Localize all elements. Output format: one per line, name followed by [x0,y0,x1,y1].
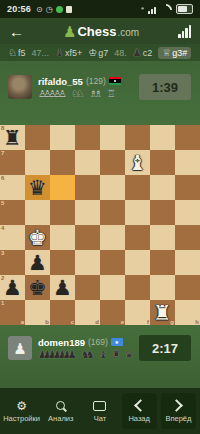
gear-icon: ⚙ [16,399,27,412]
cell-signal-icon [148,7,156,14]
square-e4[interactable] [100,225,125,250]
avatar[interactable] [8,75,32,99]
square-g3[interactable] [150,250,175,275]
bluetooth-icon: * [141,5,144,14]
captured-piece-icon: ♙ [58,89,67,99]
square-d8[interactable] [75,125,100,150]
move-list-strip[interactable]: ♘f547...♝xf5+♔g748.♟c2♕g3# [0,44,200,61]
flag-icon: ★ [111,338,123,346]
square-f5[interactable] [125,200,150,225]
square-a8[interactable]: 8♜ [0,125,25,150]
app-header: ← ♟ Chess .com [0,18,200,44]
square-a2[interactable]: 2♟ [0,275,25,300]
square-a6[interactable]: 6 [0,175,25,200]
square-e5[interactable] [100,200,125,225]
chevron-right-icon [172,399,184,412]
player-top: rifaldo_55 (129) ♙♙♙♙♙♘♘♗♗♖ 1:39 [0,65,200,109]
square-f7[interactable]: ♝ [125,150,150,175]
square-b3[interactable]: ♟ [25,250,50,275]
alarm-icon: ⊙ [36,5,43,14]
square-g2[interactable] [150,275,175,300]
square-c4[interactable] [50,225,75,250]
coord-rank: 6 [1,175,4,181]
status-time: 20:56 [7,4,31,14]
black-king[interactable]: ♚ [25,275,50,300]
toolbar-label: Назад [128,414,150,423]
square-h6[interactable] [175,175,200,200]
move-item[interactable]: ♟c2 [133,48,152,58]
square-c8[interactable] [50,125,75,150]
white-king[interactable]: ♚ [25,225,50,250]
black-rook[interactable]: ♜ [0,125,25,150]
magnifier-icon [56,399,65,412]
square-c6[interactable] [50,175,75,200]
square-f2[interactable] [125,275,150,300]
square-f1[interactable]: f [125,300,150,325]
square-h3[interactable] [175,250,200,275]
chess-board[interactable]: 8♜7♝6♛54♚3♟2♟♚♟1abcdefg♜h [0,125,200,325]
square-b6[interactable]: ♛ [25,175,50,200]
move-item[interactable]: 47... [31,48,49,58]
coord-rank: 5 [1,200,4,206]
flag-icon [109,77,121,85]
square-b1[interactable]: b [25,300,50,325]
captured-piece-icon: ♝ [99,350,108,360]
square-e3[interactable] [100,250,125,275]
white-bishop[interactable]: ♝ [125,150,150,175]
chess-app-screen: 20:56 ⊙ ◷ * ← ♟ Chess .com ♘f547...♝xf5+… [0,0,200,434]
last-move-highlighted[interactable]: ♕g3# [158,47,191,59]
square-e2[interactable] [100,275,125,300]
square-h8[interactable] [175,125,200,150]
square-g4[interactable] [150,225,175,250]
move-item[interactable]: ♘f5 [8,48,25,58]
square-d4[interactable] [75,225,100,250]
battery-icon [176,4,193,14]
connection-strength-icon[interactable] [178,25,191,38]
square-b5[interactable] [25,200,50,225]
square-a7[interactable]: 7 [0,150,25,175]
square-c7[interactable] [50,150,75,175]
square-f3[interactable] [125,250,150,275]
figurine-icon: ♘ [8,48,17,58]
square-b2[interactable]: ♚ [25,275,50,300]
square-g5[interactable] [150,200,175,225]
bottom-toolbar: ⚙НастройкиАнализЧатНазадВперёд [0,388,200,434]
square-a4[interactable]: 4 [0,225,25,250]
player-name[interactable]: rifaldo_55 [38,76,83,87]
square-c5[interactable] [50,200,75,225]
black-pawn[interactable]: ♟ [50,275,75,300]
square-h4[interactable] [175,225,200,250]
player-rating: (169) [88,337,108,347]
square-a5[interactable]: 5 [0,200,25,225]
black-queen[interactable]: ♛ [25,175,50,200]
toolbar-chat[interactable]: Чат [80,388,119,434]
clock-top: 1:39 [139,74,191,100]
avatar[interactable]: ♟ [8,336,32,360]
clock-bottom: 2:17 [139,335,191,361]
square-f4[interactable] [125,225,150,250]
toolbar-label: Настройки [3,414,40,423]
square-b8[interactable] [25,125,50,150]
figurine-icon: ♝ [55,48,64,58]
coord-rank: 1 [1,300,4,306]
coord-rank: 4 [1,225,4,231]
square-d1[interactable]: d [75,300,100,325]
captured-piece-icon: ♞ [86,350,95,360]
square-h7[interactable] [175,150,200,175]
captured-piece-icon: ♘ [76,89,85,99]
chevron-left-icon [133,399,145,412]
square-h5[interactable] [175,200,200,225]
square-h1[interactable]: h [175,300,200,325]
square-d7[interactable] [75,150,100,175]
square-g6[interactable] [150,175,175,200]
chesscom-logo: ♟ Chess .com [24,24,178,39]
toolbar-label: Вперёд [165,414,191,423]
square-a1[interactable]: 1a [0,300,25,325]
black-pawn[interactable]: ♟ [25,250,50,275]
captured-pieces-tray: ♙♙♙♙♙♘♘♗♗♖ [38,89,121,99]
black-pawn[interactable]: ♟ [0,275,25,300]
square-d5[interactable] [75,200,100,225]
toolbar-magnifier[interactable]: Анализ [41,388,80,434]
notification-dot-icon [56,6,63,13]
logo-pawn-icon: ♟ [63,24,76,39]
toolbar-chevron-left[interactable]: Назад [122,393,157,429]
white-rook[interactable]: ♜ [150,300,175,325]
timer-icon: ◷ [46,5,53,14]
square-b4[interactable]: ♚ [25,225,50,250]
notification-app-icon [66,6,72,13]
square-b7[interactable] [25,150,50,175]
captured-piece-icon: ♟ [68,350,77,360]
back-button[interactable]: ← [9,24,24,39]
default-avatar-pawn-icon: ♟ [13,341,26,356]
move-item[interactable]: 48. [114,48,127,58]
square-d6[interactable] [75,175,100,200]
coord-rank: 3 [1,250,4,256]
square-d2[interactable] [75,275,100,300]
status-bar: 20:56 ⊙ ◷ * [0,0,200,18]
square-e7[interactable] [100,150,125,175]
square-g7[interactable] [150,150,175,175]
square-g1[interactable]: g♜ [150,300,175,325]
toolbar-label: Анализ [48,414,73,423]
toolbar-label: Чат [94,414,106,423]
captured-pieces-tray: ♟♟♟♟♟♟♟♞♞♝♜♛+9 [38,350,150,360]
player-bottom: ♟ domen189 (169) ★ ♟♟♟♟♟♟♟♞♞♝♜♛+9 2:17 [0,325,200,371]
captured-piece-icon: ♛ [125,350,134,360]
captured-piece-icon: ♜ [112,350,121,360]
figurine-icon: ♕ [162,48,171,58]
square-c3[interactable] [50,250,75,275]
coord-rank: 7 [1,150,4,156]
square-c1[interactable]: c [50,300,75,325]
figurine-icon: ♟ [133,48,142,58]
square-e1[interactable]: e [100,300,125,325]
toolbar-chevron-right[interactable]: Вперёд [161,393,196,429]
square-g8[interactable] [150,125,175,150]
wifi-icon [158,2,175,19]
player-rating: (129) [86,76,106,86]
figurine-icon: ♔ [88,48,97,58]
square-d3[interactable] [75,250,100,275]
captured-piece-icon: ♗ [94,89,103,99]
square-e8[interactable] [100,125,125,150]
move-item[interactable]: ♔g7 [88,48,108,58]
square-h2[interactable] [175,275,200,300]
captured-piece-icon: ♖ [107,89,116,99]
chat-icon [93,399,106,412]
square-e6[interactable] [100,175,125,200]
toolbar-gear[interactable]: ⚙Настройки [2,388,41,434]
square-f8[interactable] [125,125,150,150]
player-name[interactable]: domen189 [38,337,85,348]
square-c2[interactable]: ♟ [50,275,75,300]
square-f6[interactable] [125,175,150,200]
move-item[interactable]: ♝xf5+ [55,48,82,58]
square-a3[interactable]: 3 [0,250,25,275]
